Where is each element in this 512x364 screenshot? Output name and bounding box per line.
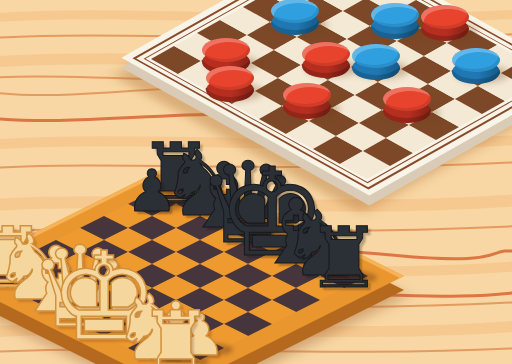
chess-piece-shadow [307,259,353,272]
checker-top [206,66,254,90]
chess-piece-shadow [163,187,209,200]
checker-top [352,44,400,68]
chess-piece-shadow [187,343,233,356]
chess-piece-shadow [259,235,305,248]
chess-piece-shadow [43,295,89,308]
checker-top [452,48,500,72]
checker-piece-red [302,42,350,78]
checker-top [202,38,250,62]
checker-top [421,5,469,29]
chess-piece-shadow [139,343,185,356]
pieces-layer: ♜♞♝♛♚♝♞♜♟♜♞♝♛♚♟♞♟♜♟ [0,0,512,364]
chess-piece-shadow [163,331,209,344]
checker-piece-red [383,87,431,123]
checker-piece-blue [352,44,400,80]
chess-piece-shadow [283,247,329,260]
chess-piece-shadow [115,307,161,320]
checker-piece-red [283,83,331,119]
checker-piece-blue [271,0,319,35]
checker-piece-blue [371,3,419,39]
chess-piece-shadow [187,199,233,212]
chess-piece-shadow [67,307,113,320]
chess-piece-shadow [211,211,257,224]
checker-piece-blue [452,48,500,84]
checker-piece-red [206,66,254,102]
illustration-scene: ♜♞♝♛♚♝♞♜♟♜♞♝♛♚♟♞♟♜♟ [0,0,512,364]
checker-top [271,0,319,23]
chess-piece-shadow [235,223,281,236]
chess-piece-shadow [331,271,377,284]
checker-top [383,87,431,111]
chess-piece-shadow [163,355,209,364]
chess-piece-shadow [19,283,65,296]
checker-piece-red [421,5,469,41]
chess-piece-shadow [139,199,185,212]
checker-top [302,42,350,66]
chess-piece-shadow [0,271,41,284]
checker-top [283,83,331,107]
checker-top [371,3,419,27]
chess-piece-shadow [91,319,137,332]
